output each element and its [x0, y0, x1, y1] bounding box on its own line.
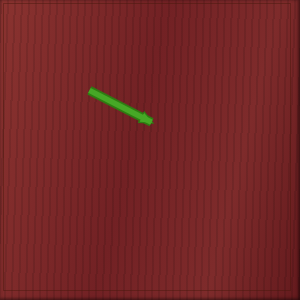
rank-coordinates: [0, 4, 4, 290]
file-coordinates: [4, 290, 290, 300]
chess-board-screenshot: [0, 0, 300, 300]
chess-board: [4, 4, 290, 290]
